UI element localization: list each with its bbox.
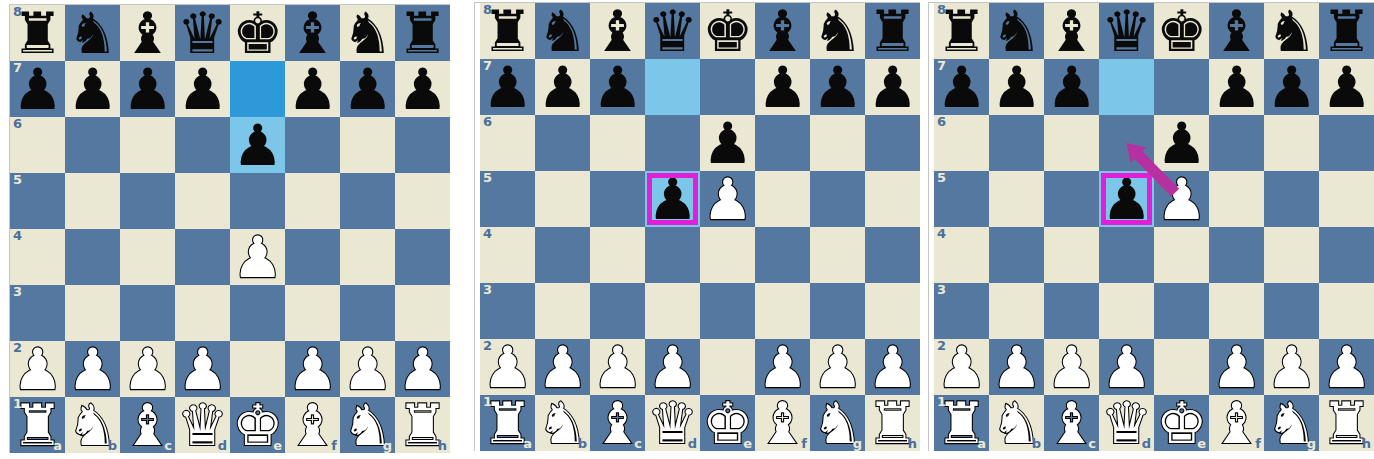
rank-label-1: 1 <box>937 395 946 409</box>
white-pawn[interactable]: ♟ <box>645 339 700 395</box>
square-g2[interactable]: ♟ <box>810 339 865 395</box>
square-h2[interactable]: ♟ <box>1319 339 1374 395</box>
square-d2[interactable]: ♟ <box>175 341 230 397</box>
square-c3[interactable] <box>120 285 175 341</box>
square-e5[interactable]: ♟ <box>700 171 755 227</box>
square-h3[interactable] <box>395 285 450 341</box>
file-label-e: e <box>273 439 282 453</box>
square-h8[interactable]: ♜ <box>865 3 920 59</box>
white-pawn[interactable]: ♟ <box>755 339 810 395</box>
black-pawn[interactable]: ♟ <box>1264 59 1319 115</box>
square-e8[interactable]: ♚ <box>1154 3 1209 59</box>
black-king[interactable]: ♚ <box>1154 3 1209 59</box>
square-d2[interactable]: ♟ <box>645 339 700 395</box>
black-pawn[interactable]: ♟ <box>535 59 590 115</box>
square-e5[interactable]: ♟ <box>1154 171 1209 227</box>
square-f4[interactable] <box>285 229 340 285</box>
white-pawn[interactable]: ♟ <box>120 341 175 397</box>
file-label-g: g <box>383 439 392 453</box>
square-b5[interactable] <box>65 173 120 229</box>
black-knight[interactable]: ♞ <box>340 5 395 61</box>
square-d3[interactable] <box>1099 283 1154 339</box>
square-f3[interactable] <box>755 283 810 339</box>
square-c6[interactable] <box>120 117 175 173</box>
square-d7[interactable] <box>645 59 700 115</box>
black-knight[interactable]: ♞ <box>535 3 590 59</box>
file-label-h: h <box>908 437 917 451</box>
square-f5[interactable] <box>285 173 340 229</box>
square-f2[interactable]: ♟ <box>285 341 340 397</box>
rank-label-7: 7 <box>937 59 946 73</box>
square-a5[interactable]: 5 <box>480 171 535 227</box>
square-d4[interactable] <box>645 227 700 283</box>
square-f7[interactable]: ♟ <box>755 59 810 115</box>
rank-label-5: 5 <box>483 171 492 185</box>
square-b3[interactable] <box>989 283 1044 339</box>
square-f3[interactable] <box>1209 283 1264 339</box>
square-c6[interactable] <box>1044 115 1099 171</box>
file-label-e: e <box>743 437 752 451</box>
rank-label-4: 4 <box>483 227 492 241</box>
black-pawn[interactable]: ♟ <box>340 61 395 117</box>
square-h3[interactable] <box>1319 283 1374 339</box>
black-pawn[interactable]: ♟ <box>1154 115 1209 171</box>
square-d7[interactable] <box>1099 59 1154 115</box>
square-b2[interactable]: ♟ <box>65 341 120 397</box>
square-g5[interactable] <box>810 171 865 227</box>
square-a1[interactable]: 1a♜ <box>934 395 989 451</box>
square-g4[interactable] <box>810 227 865 283</box>
square-d1[interactable]: d♛ <box>645 395 700 451</box>
black-pawn[interactable]: ♟ <box>755 59 810 115</box>
square-f7[interactable]: ♟ <box>1209 59 1264 115</box>
square-c8[interactable]: ♝ <box>1044 3 1099 59</box>
square-f1[interactable]: f♝ <box>755 395 810 451</box>
square-g6[interactable] <box>1264 115 1319 171</box>
black-queen[interactable]: ♛ <box>175 5 230 61</box>
black-pawn[interactable]: ♟ <box>700 115 755 171</box>
square-c3[interactable] <box>590 283 645 339</box>
square-h7[interactable]: ♟ <box>1319 59 1374 115</box>
square-c5[interactable] <box>590 171 645 227</box>
square-d2[interactable]: ♟ <box>1099 339 1154 395</box>
square-g8[interactable]: ♞ <box>1264 3 1319 59</box>
square-c4[interactable] <box>1044 227 1099 283</box>
square-h5[interactable] <box>865 171 920 227</box>
file-label-f: f <box>801 437 807 451</box>
square-d1[interactable]: d♛ <box>1099 395 1154 451</box>
square-h7[interactable]: ♟ <box>865 59 920 115</box>
square-a6[interactable]: 6 <box>10 117 65 173</box>
square-h1[interactable]: h♜ <box>395 397 450 453</box>
square-d3[interactable] <box>175 285 230 341</box>
square-h1[interactable]: h♜ <box>865 395 920 451</box>
square-h4[interactable] <box>1319 227 1374 283</box>
rank-label-3: 3 <box>937 283 946 297</box>
white-pawn[interactable]: ♟ <box>1099 339 1154 395</box>
square-e4[interactable] <box>1154 227 1209 283</box>
white-pawn[interactable]: ♟ <box>1264 339 1319 395</box>
square-c4[interactable] <box>120 229 175 285</box>
rank-label-6: 6 <box>13 117 22 131</box>
square-h8[interactable]: ♜ <box>395 5 450 61</box>
square-b5[interactable] <box>989 171 1044 227</box>
file-label-a: a <box>53 439 62 453</box>
white-pawn[interactable]: ♟ <box>230 229 285 285</box>
square-c1[interactable]: c♝ <box>1044 395 1099 451</box>
square-f8[interactable]: ♝ <box>755 3 810 59</box>
square-g3[interactable] <box>340 285 395 341</box>
square-h5[interactable] <box>395 173 450 229</box>
square-a7[interactable]: 7♟ <box>934 59 989 115</box>
square-d3[interactable] <box>645 283 700 339</box>
square-h4[interactable] <box>865 227 920 283</box>
rank-label-8: 8 <box>13 5 22 19</box>
square-e2[interactable] <box>700 339 755 395</box>
square-d8[interactable]: ♛ <box>1099 3 1154 59</box>
file-label-e: e <box>1197 437 1206 451</box>
square-c2[interactable]: ♟ <box>590 339 645 395</box>
file-label-b: b <box>108 439 117 453</box>
square-d5[interactable]: ♟ <box>645 171 700 227</box>
black-pawn[interactable]: ♟ <box>120 61 175 117</box>
black-queen[interactable]: ♛ <box>645 3 700 59</box>
square-c2[interactable]: ♟ <box>120 341 175 397</box>
black-knight[interactable]: ♞ <box>65 5 120 61</box>
square-a6[interactable]: 6 <box>934 115 989 171</box>
black-king[interactable]: ♚ <box>700 3 755 59</box>
square-a8[interactable]: 8♜ <box>10 5 65 61</box>
square-c5[interactable] <box>1044 171 1099 227</box>
white-pawn[interactable]: ♟ <box>1209 339 1264 395</box>
black-pawn[interactable]: ♟ <box>230 117 285 173</box>
black-pawn[interactable]: ♟ <box>175 61 230 117</box>
rank-label-2: 2 <box>483 339 492 353</box>
square-c7[interactable]: ♟ <box>1044 59 1099 115</box>
rank-label-6: 6 <box>483 115 492 129</box>
square-f1[interactable]: f♝ <box>1209 395 1264 451</box>
square-a7[interactable]: 7♟ <box>10 61 65 117</box>
black-queen[interactable]: ♛ <box>1099 3 1154 59</box>
square-b6[interactable] <box>65 117 120 173</box>
square-g7[interactable]: ♟ <box>810 59 865 115</box>
square-a7[interactable]: 7♟ <box>480 59 535 115</box>
square-g1[interactable]: g♞ <box>1264 395 1319 451</box>
square-h1[interactable]: h♜ <box>1319 395 1374 451</box>
black-knight[interactable]: ♞ <box>1264 3 1319 59</box>
square-c3[interactable] <box>1044 283 1099 339</box>
square-c8[interactable]: ♝ <box>120 5 175 61</box>
square-e8[interactable]: ♚ <box>700 3 755 59</box>
square-c1[interactable]: c♝ <box>120 397 175 453</box>
square-f8[interactable]: ♝ <box>285 5 340 61</box>
square-b2[interactable]: ♟ <box>989 339 1044 395</box>
square-e6[interactable]: ♟ <box>230 117 285 173</box>
rank-label-5: 5 <box>13 173 22 187</box>
black-rook[interactable]: ♜ <box>865 3 920 59</box>
white-pawn[interactable]: ♟ <box>65 341 120 397</box>
black-pawn[interactable]: ♟ <box>810 59 865 115</box>
square-h4[interactable] <box>395 229 450 285</box>
square-c4[interactable] <box>590 227 645 283</box>
white-pawn[interactable]: ♟ <box>1154 171 1209 227</box>
square-f5[interactable] <box>1209 171 1264 227</box>
file-label-f: f <box>331 439 337 453</box>
black-rook[interactable]: ♜ <box>395 5 450 61</box>
black-pawn[interactable]: ♟ <box>645 171 700 227</box>
rank-label-6: 6 <box>937 115 946 129</box>
black-pawn[interactable]: ♟ <box>1319 59 1374 115</box>
white-pawn[interactable]: ♟ <box>1044 339 1099 395</box>
rank-label-4: 4 <box>937 227 946 241</box>
white-pawn[interactable]: ♟ <box>285 341 340 397</box>
black-bishop[interactable]: ♝ <box>755 3 810 59</box>
square-g7[interactable]: ♟ <box>340 61 395 117</box>
black-pawn[interactable]: ♟ <box>285 61 340 117</box>
white-pawn[interactable]: ♟ <box>700 171 755 227</box>
black-pawn[interactable]: ♟ <box>65 61 120 117</box>
square-a1[interactable]: 1a♜ <box>480 395 535 451</box>
black-pawn[interactable]: ♟ <box>1044 59 1099 115</box>
black-bishop[interactable]: ♝ <box>1209 3 1264 59</box>
square-b6[interactable] <box>535 115 590 171</box>
square-d5[interactable]: ♟ <box>1099 171 1154 227</box>
square-b1[interactable]: b♞ <box>535 395 590 451</box>
file-label-g: g <box>853 437 862 451</box>
square-f5[interactable] <box>755 171 810 227</box>
square-g7[interactable]: ♟ <box>1264 59 1319 115</box>
square-e3[interactable] <box>230 285 285 341</box>
square-c5[interactable] <box>120 173 175 229</box>
rank-label-8: 8 <box>483 3 492 17</box>
black-knight[interactable]: ♞ <box>989 3 1044 59</box>
square-h2[interactable]: ♟ <box>865 339 920 395</box>
square-d5[interactable] <box>175 173 230 229</box>
white-pawn[interactable]: ♟ <box>340 341 395 397</box>
black-pawn[interactable]: ♟ <box>395 61 450 117</box>
square-c6[interactable] <box>590 115 645 171</box>
black-bishop[interactable]: ♝ <box>120 5 175 61</box>
file-label-b: b <box>1032 437 1041 451</box>
rank-label-3: 3 <box>13 285 22 299</box>
chess-board-1: 8♜♞♝♛♚♝♞♜7♟♟♟♟♟♟♟6♟54♟32♟♟♟♟♟♟♟1a♜b♞c♝d♛… <box>10 5 450 453</box>
white-pawn[interactable]: ♟ <box>810 339 865 395</box>
black-knight[interactable]: ♞ <box>810 3 865 59</box>
square-g8[interactable]: ♞ <box>340 5 395 61</box>
square-h5[interactable] <box>1319 171 1374 227</box>
square-a8[interactable]: 8♜ <box>934 3 989 59</box>
square-a4[interactable]: 4 <box>934 227 989 283</box>
white-pawn[interactable]: ♟ <box>865 339 920 395</box>
black-pawn[interactable]: ♟ <box>1209 59 1264 115</box>
square-h6[interactable] <box>865 115 920 171</box>
white-pawn[interactable]: ♟ <box>535 339 590 395</box>
square-g5[interactable] <box>340 173 395 229</box>
square-d6[interactable] <box>175 117 230 173</box>
square-g1[interactable]: g♞ <box>340 397 395 453</box>
square-f2[interactable]: ♟ <box>1209 339 1264 395</box>
square-g4[interactable] <box>340 229 395 285</box>
rank-label-4: 4 <box>13 229 22 243</box>
square-a3[interactable]: 3 <box>934 283 989 339</box>
square-d8[interactable]: ♛ <box>175 5 230 61</box>
square-f6[interactable] <box>755 115 810 171</box>
square-e2[interactable] <box>1154 339 1209 395</box>
square-b1[interactable]: b♞ <box>65 397 120 453</box>
file-label-d: d <box>218 439 227 453</box>
file-label-c: c <box>1088 437 1096 451</box>
rank-label-3: 3 <box>483 283 492 297</box>
square-a2[interactable]: 2♟ <box>934 339 989 395</box>
square-d1[interactable]: d♛ <box>175 397 230 453</box>
square-g1[interactable]: g♞ <box>810 395 865 451</box>
square-h6[interactable] <box>1319 115 1374 171</box>
chess-board-panel-2: 8♜♞♝♛♚♝♞♜7♟♟♟♟♟♟6♟5♟♟432♟♟♟♟♟♟♟1a♜b♞c♝d♛… <box>474 2 920 451</box>
square-f8[interactable]: ♝ <box>1209 3 1264 59</box>
square-a5[interactable]: 5 <box>10 173 65 229</box>
square-d7[interactable]: ♟ <box>175 61 230 117</box>
black-king[interactable]: ♚ <box>230 5 285 61</box>
square-g3[interactable] <box>1264 283 1319 339</box>
square-e2[interactable] <box>230 341 285 397</box>
file-label-a: a <box>977 437 986 451</box>
square-h7[interactable]: ♟ <box>395 61 450 117</box>
square-a8[interactable]: 8♜ <box>480 3 535 59</box>
square-d8[interactable]: ♛ <box>645 3 700 59</box>
chess-board-panel-1: 8♜♞♝♛♚♝♞♜7♟♟♟♟♟♟♟6♟54♟32♟♟♟♟♟♟♟1a♜b♞c♝d♛… <box>9 4 450 453</box>
square-e7[interactable] <box>700 59 755 115</box>
square-b4[interactable] <box>989 227 1044 283</box>
black-bishop[interactable]: ♝ <box>285 5 340 61</box>
square-f7[interactable]: ♟ <box>285 61 340 117</box>
file-label-g: g <box>1307 437 1316 451</box>
square-e1[interactable]: e♚ <box>1154 395 1209 451</box>
file-label-a: a <box>523 437 532 451</box>
square-b6[interactable] <box>989 115 1044 171</box>
square-c7[interactable]: ♟ <box>590 59 645 115</box>
white-pawn[interactable]: ♟ <box>1319 339 1374 395</box>
square-b3[interactable] <box>535 283 590 339</box>
square-a6[interactable]: 6 <box>480 115 535 171</box>
square-e1[interactable]: e♚ <box>700 395 755 451</box>
square-e4[interactable] <box>700 227 755 283</box>
square-b7[interactable]: ♟ <box>535 59 590 115</box>
square-b8[interactable]: ♞ <box>989 3 1044 59</box>
square-e5[interactable] <box>230 173 285 229</box>
file-label-d: d <box>688 437 697 451</box>
black-pawn[interactable]: ♟ <box>865 59 920 115</box>
square-a1[interactable]: 1a♜ <box>10 397 65 453</box>
white-pawn[interactable]: ♟ <box>590 339 645 395</box>
white-pawn[interactable]: ♟ <box>395 341 450 397</box>
square-e7[interactable] <box>230 61 285 117</box>
square-b3[interactable] <box>65 285 120 341</box>
square-f6[interactable] <box>285 117 340 173</box>
square-g3[interactable] <box>810 283 865 339</box>
square-h6[interactable] <box>395 117 450 173</box>
square-e6[interactable]: ♟ <box>700 115 755 171</box>
square-h2[interactable]: ♟ <box>395 341 450 397</box>
square-g2[interactable]: ♟ <box>1264 339 1319 395</box>
black-pawn[interactable]: ♟ <box>1099 171 1154 227</box>
rank-label-5: 5 <box>937 171 946 185</box>
square-e7[interactable] <box>1154 59 1209 115</box>
black-bishop[interactable]: ♝ <box>590 3 645 59</box>
square-h3[interactable] <box>865 283 920 339</box>
square-e3[interactable] <box>1154 283 1209 339</box>
square-g5[interactable] <box>1264 171 1319 227</box>
file-label-d: d <box>1142 437 1151 451</box>
chess-board-2: 8♜♞♝♛♚♝♞♜7♟♟♟♟♟♟6♟5♟♟432♟♟♟♟♟♟♟1a♜b♞c♝d♛… <box>480 3 920 451</box>
square-e8[interactable]: ♚ <box>230 5 285 61</box>
square-g6[interactable] <box>340 117 395 173</box>
square-d6[interactable] <box>645 115 700 171</box>
square-a2[interactable]: 2♟ <box>480 339 535 395</box>
square-b8[interactable]: ♞ <box>65 5 120 61</box>
rank-label-1: 1 <box>483 395 492 409</box>
square-d6[interactable] <box>1099 115 1154 171</box>
square-a4[interactable]: 4 <box>10 229 65 285</box>
square-b2[interactable]: ♟ <box>535 339 590 395</box>
white-pawn[interactable]: ♟ <box>175 341 230 397</box>
black-pawn[interactable]: ♟ <box>989 59 1044 115</box>
rank-label-7: 7 <box>13 61 22 75</box>
square-c1[interactable]: c♝ <box>590 395 645 451</box>
square-d4[interactable] <box>1099 227 1154 283</box>
square-h8[interactable]: ♜ <box>1319 3 1374 59</box>
file-label-h: h <box>438 439 447 453</box>
square-f4[interactable] <box>1209 227 1264 283</box>
square-b1[interactable]: b♞ <box>989 395 1044 451</box>
square-f2[interactable]: ♟ <box>755 339 810 395</box>
square-e3[interactable] <box>700 283 755 339</box>
square-c7[interactable]: ♟ <box>120 61 175 117</box>
square-b7[interactable]: ♟ <box>65 61 120 117</box>
square-b4[interactable] <box>535 227 590 283</box>
white-pawn[interactable]: ♟ <box>989 339 1044 395</box>
square-a5[interactable]: 5 <box>934 171 989 227</box>
square-g6[interactable] <box>810 115 865 171</box>
square-f3[interactable] <box>285 285 340 341</box>
square-g2[interactable]: ♟ <box>340 341 395 397</box>
square-b5[interactable] <box>535 171 590 227</box>
rank-label-7: 7 <box>483 59 492 73</box>
square-g4[interactable] <box>1264 227 1319 283</box>
square-e4[interactable]: ♟ <box>230 229 285 285</box>
black-pawn[interactable]: ♟ <box>590 59 645 115</box>
square-f1[interactable]: f♝ <box>285 397 340 453</box>
square-f6[interactable] <box>1209 115 1264 171</box>
page: { "game": "chess", "description": "three… <box>0 0 1374 459</box>
square-b7[interactable]: ♟ <box>989 59 1044 115</box>
square-a3[interactable]: 3 <box>10 285 65 341</box>
square-g8[interactable]: ♞ <box>810 3 865 59</box>
square-c8[interactable]: ♝ <box>590 3 645 59</box>
square-b4[interactable] <box>65 229 120 285</box>
square-e1[interactable]: e♚ <box>230 397 285 453</box>
square-b8[interactable]: ♞ <box>535 3 590 59</box>
square-d4[interactable] <box>175 229 230 285</box>
square-a4[interactable]: 4 <box>480 227 535 283</box>
rank-label-8: 8 <box>937 3 946 17</box>
square-a2[interactable]: 2♟ <box>10 341 65 397</box>
square-e6[interactable]: ♟ <box>1154 115 1209 171</box>
square-a3[interactable]: 3 <box>480 283 535 339</box>
black-bishop[interactable]: ♝ <box>1044 3 1099 59</box>
black-rook[interactable]: ♜ <box>1319 3 1374 59</box>
square-c2[interactable]: ♟ <box>1044 339 1099 395</box>
square-f4[interactable] <box>755 227 810 283</box>
